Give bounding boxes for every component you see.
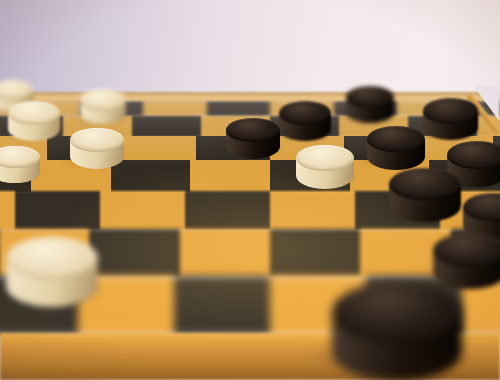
white-piece[interactable] <box>8 101 61 141</box>
white-piece[interactable] <box>70 128 124 169</box>
checkers-photo-scene <box>0 0 500 380</box>
white-piece[interactable] <box>6 237 98 307</box>
black-piece[interactable] <box>423 98 478 140</box>
piece-top-face <box>0 80 33 99</box>
piece-top-face <box>80 89 126 110</box>
piece-top-face <box>423 98 478 123</box>
piece-top-face <box>70 128 124 153</box>
piece-top-face <box>447 141 500 168</box>
piece-top-face <box>346 86 394 108</box>
black-piece[interactable] <box>433 233 500 289</box>
white-piece[interactable] <box>80 89 126 124</box>
piece-top-face <box>367 126 425 153</box>
piece-top-face <box>332 282 462 342</box>
black-piece[interactable] <box>279 101 332 141</box>
black-piece[interactable] <box>389 168 460 222</box>
piece-top-face <box>226 118 280 143</box>
black-piece[interactable] <box>226 118 280 159</box>
piece-top-face <box>433 233 500 267</box>
piece-top-face <box>389 168 460 201</box>
black-piece[interactable] <box>367 126 425 170</box>
white-piece[interactable] <box>296 145 354 189</box>
piece-top-face <box>279 101 332 125</box>
black-piece[interactable] <box>332 282 462 380</box>
piece-top-face <box>8 101 61 125</box>
black-piece[interactable] <box>346 86 394 123</box>
piece-top-face <box>6 237 98 280</box>
pieces-layer <box>0 0 500 380</box>
white-piece[interactable] <box>0 146 40 183</box>
piece-top-face <box>296 145 354 172</box>
